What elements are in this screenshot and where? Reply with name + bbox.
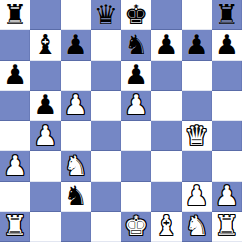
square-c4[interactable]: [61, 121, 91, 151]
square-a1[interactable]: ♜: [0, 212, 30, 242]
piece-black-pawn[interactable]: ♟: [215, 31, 239, 58]
piece-black-knight[interactable]: ♞: [124, 31, 148, 58]
square-e6[interactable]: ♟: [121, 61, 151, 91]
piece-black-pawn[interactable]: ♟: [33, 91, 57, 118]
piece-white-rook[interactable]: ♜: [3, 212, 27, 239]
square-c8[interactable]: [61, 0, 91, 30]
chess-board: ♜♛♚♜♝♟♞♟♟♟♟♟♟♟♟♟♛♟♞♞♟♟♜♚♝♞♜: [0, 0, 242, 242]
piece-white-pawn[interactable]: ♟: [3, 152, 27, 179]
square-d4[interactable]: [91, 121, 121, 151]
piece-white-rook[interactable]: ♜: [215, 212, 239, 239]
square-d7[interactable]: [91, 30, 121, 60]
square-a5[interactable]: [0, 91, 30, 121]
square-e3[interactable]: [121, 151, 151, 181]
piece-black-pawn[interactable]: ♟: [3, 61, 27, 88]
square-d8[interactable]: ♛: [91, 0, 121, 30]
square-c2[interactable]: ♞: [61, 182, 91, 212]
piece-white-pawn[interactable]: ♟: [33, 122, 57, 149]
square-e1[interactable]: ♚: [121, 212, 151, 242]
square-f1[interactable]: ♝: [151, 212, 181, 242]
square-a3[interactable]: ♟: [0, 151, 30, 181]
piece-white-king[interactable]: ♚: [124, 212, 148, 239]
square-h3[interactable]: [212, 151, 242, 181]
piece-white-knight[interactable]: ♞: [185, 212, 209, 239]
square-e2[interactable]: [121, 182, 151, 212]
square-h6[interactable]: [212, 61, 242, 91]
square-g5[interactable]: [182, 91, 212, 121]
piece-black-pawn[interactable]: ♟: [64, 31, 88, 58]
square-f7[interactable]: ♟: [151, 30, 181, 60]
square-g2[interactable]: ♟: [182, 182, 212, 212]
square-h7[interactable]: ♟: [212, 30, 242, 60]
square-g8[interactable]: [182, 0, 212, 30]
square-h2[interactable]: ♟: [212, 182, 242, 212]
square-h1[interactable]: ♜: [212, 212, 242, 242]
square-c3[interactable]: ♞: [61, 151, 91, 181]
square-g4[interactable]: ♛: [182, 121, 212, 151]
piece-black-rook[interactable]: ♜: [215, 1, 239, 28]
square-h8[interactable]: ♜: [212, 0, 242, 30]
piece-black-pawn[interactable]: ♟: [124, 61, 148, 88]
square-b1[interactable]: [30, 212, 60, 242]
square-c5[interactable]: ♟: [61, 91, 91, 121]
piece-black-queen[interactable]: ♛: [94, 1, 118, 28]
square-c7[interactable]: ♟: [61, 30, 91, 60]
square-b5[interactable]: ♟: [30, 91, 60, 121]
square-h5[interactable]: [212, 91, 242, 121]
piece-white-bishop[interactable]: ♝: [154, 212, 178, 239]
square-d2[interactable]: [91, 182, 121, 212]
piece-black-knight[interactable]: ♞: [64, 182, 88, 209]
square-b7[interactable]: ♝: [30, 30, 60, 60]
piece-white-pawn[interactable]: ♟: [64, 91, 88, 118]
square-d5[interactable]: [91, 91, 121, 121]
square-d6[interactable]: [91, 61, 121, 91]
square-a7[interactable]: [0, 30, 30, 60]
square-g3[interactable]: [182, 151, 212, 181]
square-b2[interactable]: [30, 182, 60, 212]
square-e5[interactable]: ♟: [121, 91, 151, 121]
square-f6[interactable]: [151, 61, 181, 91]
piece-white-pawn[interactable]: ♟: [124, 91, 148, 118]
square-a6[interactable]: ♟: [0, 61, 30, 91]
piece-white-queen[interactable]: ♛: [185, 122, 209, 149]
piece-black-pawn[interactable]: ♟: [185, 31, 209, 58]
piece-black-rook[interactable]: ♜: [3, 1, 27, 28]
square-b8[interactable]: [30, 0, 60, 30]
square-e7[interactable]: ♞: [121, 30, 151, 60]
square-e8[interactable]: ♚: [121, 0, 151, 30]
square-b4[interactable]: ♟: [30, 121, 60, 151]
piece-black-pawn[interactable]: ♟: [154, 31, 178, 58]
square-a2[interactable]: [0, 182, 30, 212]
square-g1[interactable]: ♞: [182, 212, 212, 242]
square-d1[interactable]: [91, 212, 121, 242]
square-f2[interactable]: [151, 182, 181, 212]
square-b3[interactable]: [30, 151, 60, 181]
piece-white-pawn[interactable]: ♟: [215, 182, 239, 209]
square-c6[interactable]: [61, 61, 91, 91]
square-f5[interactable]: [151, 91, 181, 121]
square-b6[interactable]: [30, 61, 60, 91]
square-h4[interactable]: [212, 121, 242, 151]
square-c1[interactable]: [61, 212, 91, 242]
square-f8[interactable]: [151, 0, 181, 30]
square-d3[interactable]: [91, 151, 121, 181]
piece-white-pawn[interactable]: ♟: [185, 182, 209, 209]
square-a8[interactable]: ♜: [0, 0, 30, 30]
square-a4[interactable]: [0, 121, 30, 151]
square-e4[interactable]: [121, 121, 151, 151]
piece-black-king[interactable]: ♚: [124, 1, 148, 28]
square-f4[interactable]: [151, 121, 181, 151]
square-g6[interactable]: [182, 61, 212, 91]
piece-white-knight[interactable]: ♞: [64, 152, 88, 179]
piece-black-bishop[interactable]: ♝: [33, 31, 57, 58]
square-f3[interactable]: [151, 151, 181, 181]
square-g7[interactable]: ♟: [182, 30, 212, 60]
